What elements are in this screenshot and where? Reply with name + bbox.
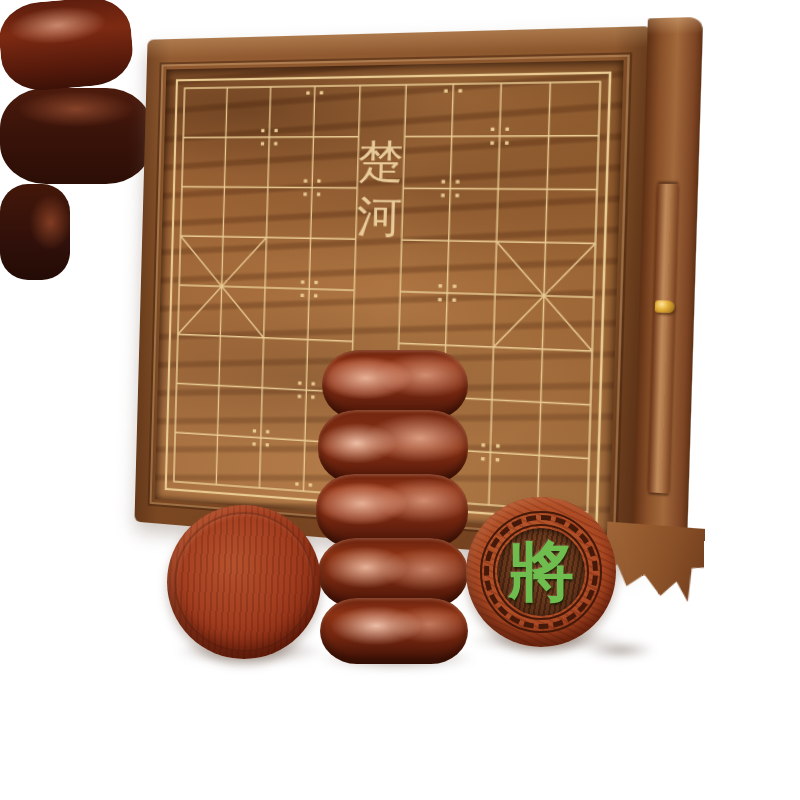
river-text-chu: 楚 (357, 135, 404, 188)
piece-edge-rear-left (0, 0, 136, 94)
shadow-rear-piece (585, 642, 655, 658)
piece-edge-behind-general (0, 184, 70, 280)
piece-inner-face: 將 (497, 528, 585, 616)
stack-piece-2 (318, 410, 468, 484)
brass-knob-icon (655, 300, 675, 313)
general-character: 將 (508, 538, 574, 604)
piece-general: 將 (466, 497, 616, 647)
piece-edge-rear-right (0, 88, 152, 184)
piece-blank-back (167, 505, 321, 659)
palace-diagonals (178, 236, 596, 351)
side-lid-groove (648, 184, 678, 494)
river-text-he: 河 (356, 190, 403, 243)
stack-piece-5 (320, 598, 468, 664)
product-photo: 楚河 將 (0, 0, 800, 800)
stack-piece-3 (316, 474, 468, 548)
box-carved-foot (605, 522, 705, 604)
